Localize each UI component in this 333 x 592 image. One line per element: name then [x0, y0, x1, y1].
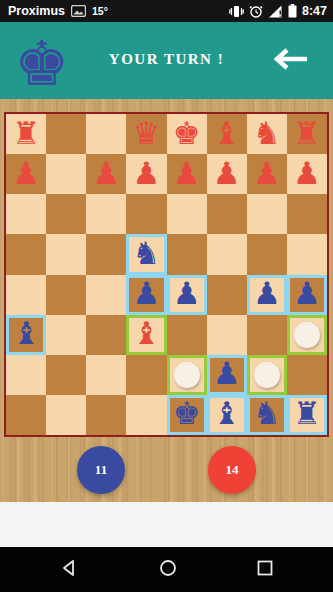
recents-icon[interactable] [257, 560, 273, 580]
square-d5[interactable]: ♞ [126, 234, 166, 274]
square-c5[interactable] [86, 234, 126, 274]
game-area: ♜♛♚♝♞♜♟♟♟♟♟♟♟♞♟♟♟♟♝♝♟♚♝♞♜ 11 14 [0, 99, 333, 502]
square-a2[interactable] [6, 355, 46, 395]
square-b1[interactable] [46, 395, 86, 435]
blue-pawn-piece: ♟ [253, 278, 281, 309]
blue-knight-piece: ♞ [133, 238, 161, 269]
red-pawn-piece: ♟ [293, 158, 321, 189]
back-arrow-icon[interactable] [273, 48, 309, 74]
square-c7[interactable]: ♟ [86, 154, 126, 194]
image-icon [71, 5, 86, 17]
red-rook-piece: ♜ [293, 118, 321, 149]
square-f5[interactable] [207, 234, 247, 274]
square-c1[interactable] [86, 395, 126, 435]
square-b7[interactable] [46, 154, 86, 194]
square-c4[interactable] [86, 275, 126, 315]
square-e4[interactable]: ♟ [167, 275, 207, 315]
move-hint-dot[interactable] [254, 362, 280, 388]
red-knight-piece: ♞ [253, 118, 281, 149]
square-d4[interactable]: ♟ [126, 275, 166, 315]
square-g3[interactable] [247, 315, 287, 355]
square-a3[interactable]: ♝ [6, 315, 46, 355]
red-piece-counter: 14 [208, 446, 256, 494]
square-a6[interactable] [6, 194, 46, 234]
square-f6[interactable] [207, 194, 247, 234]
red-king-piece: ♚ [173, 118, 201, 149]
red-count-label: 14 [226, 462, 239, 478]
square-e6[interactable] [167, 194, 207, 234]
square-e1[interactable]: ♚ [167, 395, 207, 435]
square-b2[interactable] [46, 355, 86, 395]
square-c3[interactable] [86, 315, 126, 355]
red-bishop-piece: ♝ [213, 118, 241, 149]
square-b6[interactable] [46, 194, 86, 234]
square-h7[interactable]: ♟ [287, 154, 327, 194]
square-a5[interactable] [6, 234, 46, 274]
square-g5[interactable] [247, 234, 287, 274]
square-d6[interactable] [126, 194, 166, 234]
battery-icon [288, 4, 297, 18]
red-rook-piece: ♜ [12, 118, 40, 149]
blue-bishop-piece: ♝ [12, 318, 40, 349]
square-h8[interactable]: ♜ [287, 114, 327, 154]
move-hint-dot[interactable] [294, 322, 320, 348]
blue-piece-counter: 11 [77, 446, 125, 494]
blue-knight-piece: ♞ [253, 398, 281, 429]
android-nav-bar [0, 547, 333, 592]
square-h2[interactable] [287, 355, 327, 395]
square-c2[interactable] [86, 355, 126, 395]
square-h5[interactable] [287, 234, 327, 274]
square-h3[interactable] [287, 315, 327, 355]
red-queen-piece: ♛ [133, 118, 161, 149]
square-f8[interactable]: ♝ [207, 114, 247, 154]
square-c8[interactable] [86, 114, 126, 154]
alarm-icon [249, 5, 263, 18]
bottom-strip [0, 502, 333, 547]
blue-bishop-piece: ♝ [213, 398, 241, 429]
temperature-label: 15° [92, 5, 108, 17]
square-a4[interactable] [6, 275, 46, 315]
blue-count-label: 11 [95, 462, 107, 478]
square-b5[interactable] [46, 234, 86, 274]
square-g6[interactable] [247, 194, 287, 234]
square-g2[interactable] [247, 355, 287, 395]
square-b3[interactable] [46, 315, 86, 355]
back-icon[interactable] [60, 559, 78, 581]
square-d1[interactable] [126, 395, 166, 435]
square-e5[interactable] [167, 234, 207, 274]
blue-pawn-piece: ♟ [293, 278, 321, 309]
square-g7[interactable]: ♟ [247, 154, 287, 194]
square-d3[interactable]: ♝ [126, 315, 166, 355]
red-pawn-piece: ♟ [253, 158, 281, 189]
square-c6[interactable] [86, 194, 126, 234]
red-bishop-piece: ♝ [133, 318, 161, 349]
blue-king-piece: ♚ [173, 398, 201, 429]
square-h1[interactable]: ♜ [287, 395, 327, 435]
square-f2[interactable]: ♟ [207, 355, 247, 395]
blue-rook-piece: ♜ [293, 398, 321, 429]
square-a1[interactable] [6, 395, 46, 435]
red-pawn-piece: ♟ [173, 158, 201, 189]
square-h6[interactable] [287, 194, 327, 234]
square-a7[interactable]: ♟ [6, 154, 46, 194]
square-g8[interactable]: ♞ [247, 114, 287, 154]
square-e2[interactable] [167, 355, 207, 395]
chess-board[interactable]: ♜♛♚♝♞♜♟♟♟♟♟♟♟♞♟♟♟♟♝♝♟♚♝♞♜ [4, 112, 329, 437]
red-pawn-piece: ♟ [213, 158, 241, 189]
home-icon[interactable] [159, 559, 177, 581]
blue-pawn-piece: ♟ [173, 278, 201, 309]
red-pawn-piece: ♟ [12, 158, 40, 189]
red-pawn-piece: ♟ [92, 158, 120, 189]
square-f3[interactable] [207, 315, 247, 355]
square-f4[interactable] [207, 275, 247, 315]
clock-label: 8:47 [302, 4, 327, 18]
square-f7[interactable]: ♟ [207, 154, 247, 194]
red-pawn-piece: ♟ [133, 158, 161, 189]
square-d8[interactable]: ♛ [126, 114, 166, 154]
square-h4[interactable]: ♟ [287, 275, 327, 315]
signal-warning-icon [268, 5, 283, 18]
blue-pawn-piece: ♟ [133, 278, 161, 309]
vibrate-icon [229, 5, 244, 18]
square-d2[interactable] [126, 355, 166, 395]
blue-pawn-piece: ♟ [213, 358, 241, 389]
app-header: ♚ YOUR TURN ! [0, 22, 333, 99]
square-f1[interactable]: ♝ [207, 395, 247, 435]
square-e3[interactable] [167, 315, 207, 355]
square-g1[interactable]: ♞ [247, 395, 287, 435]
square-b8[interactable] [46, 114, 86, 154]
square-e7[interactable]: ♟ [167, 154, 207, 194]
square-d7[interactable]: ♟ [126, 154, 166, 194]
square-b4[interactable] [46, 275, 86, 315]
square-e8[interactable]: ♚ [167, 114, 207, 154]
square-a8[interactable]: ♜ [6, 114, 46, 154]
move-hint-dot[interactable] [174, 362, 200, 388]
square-g4[interactable]: ♟ [247, 275, 287, 315]
